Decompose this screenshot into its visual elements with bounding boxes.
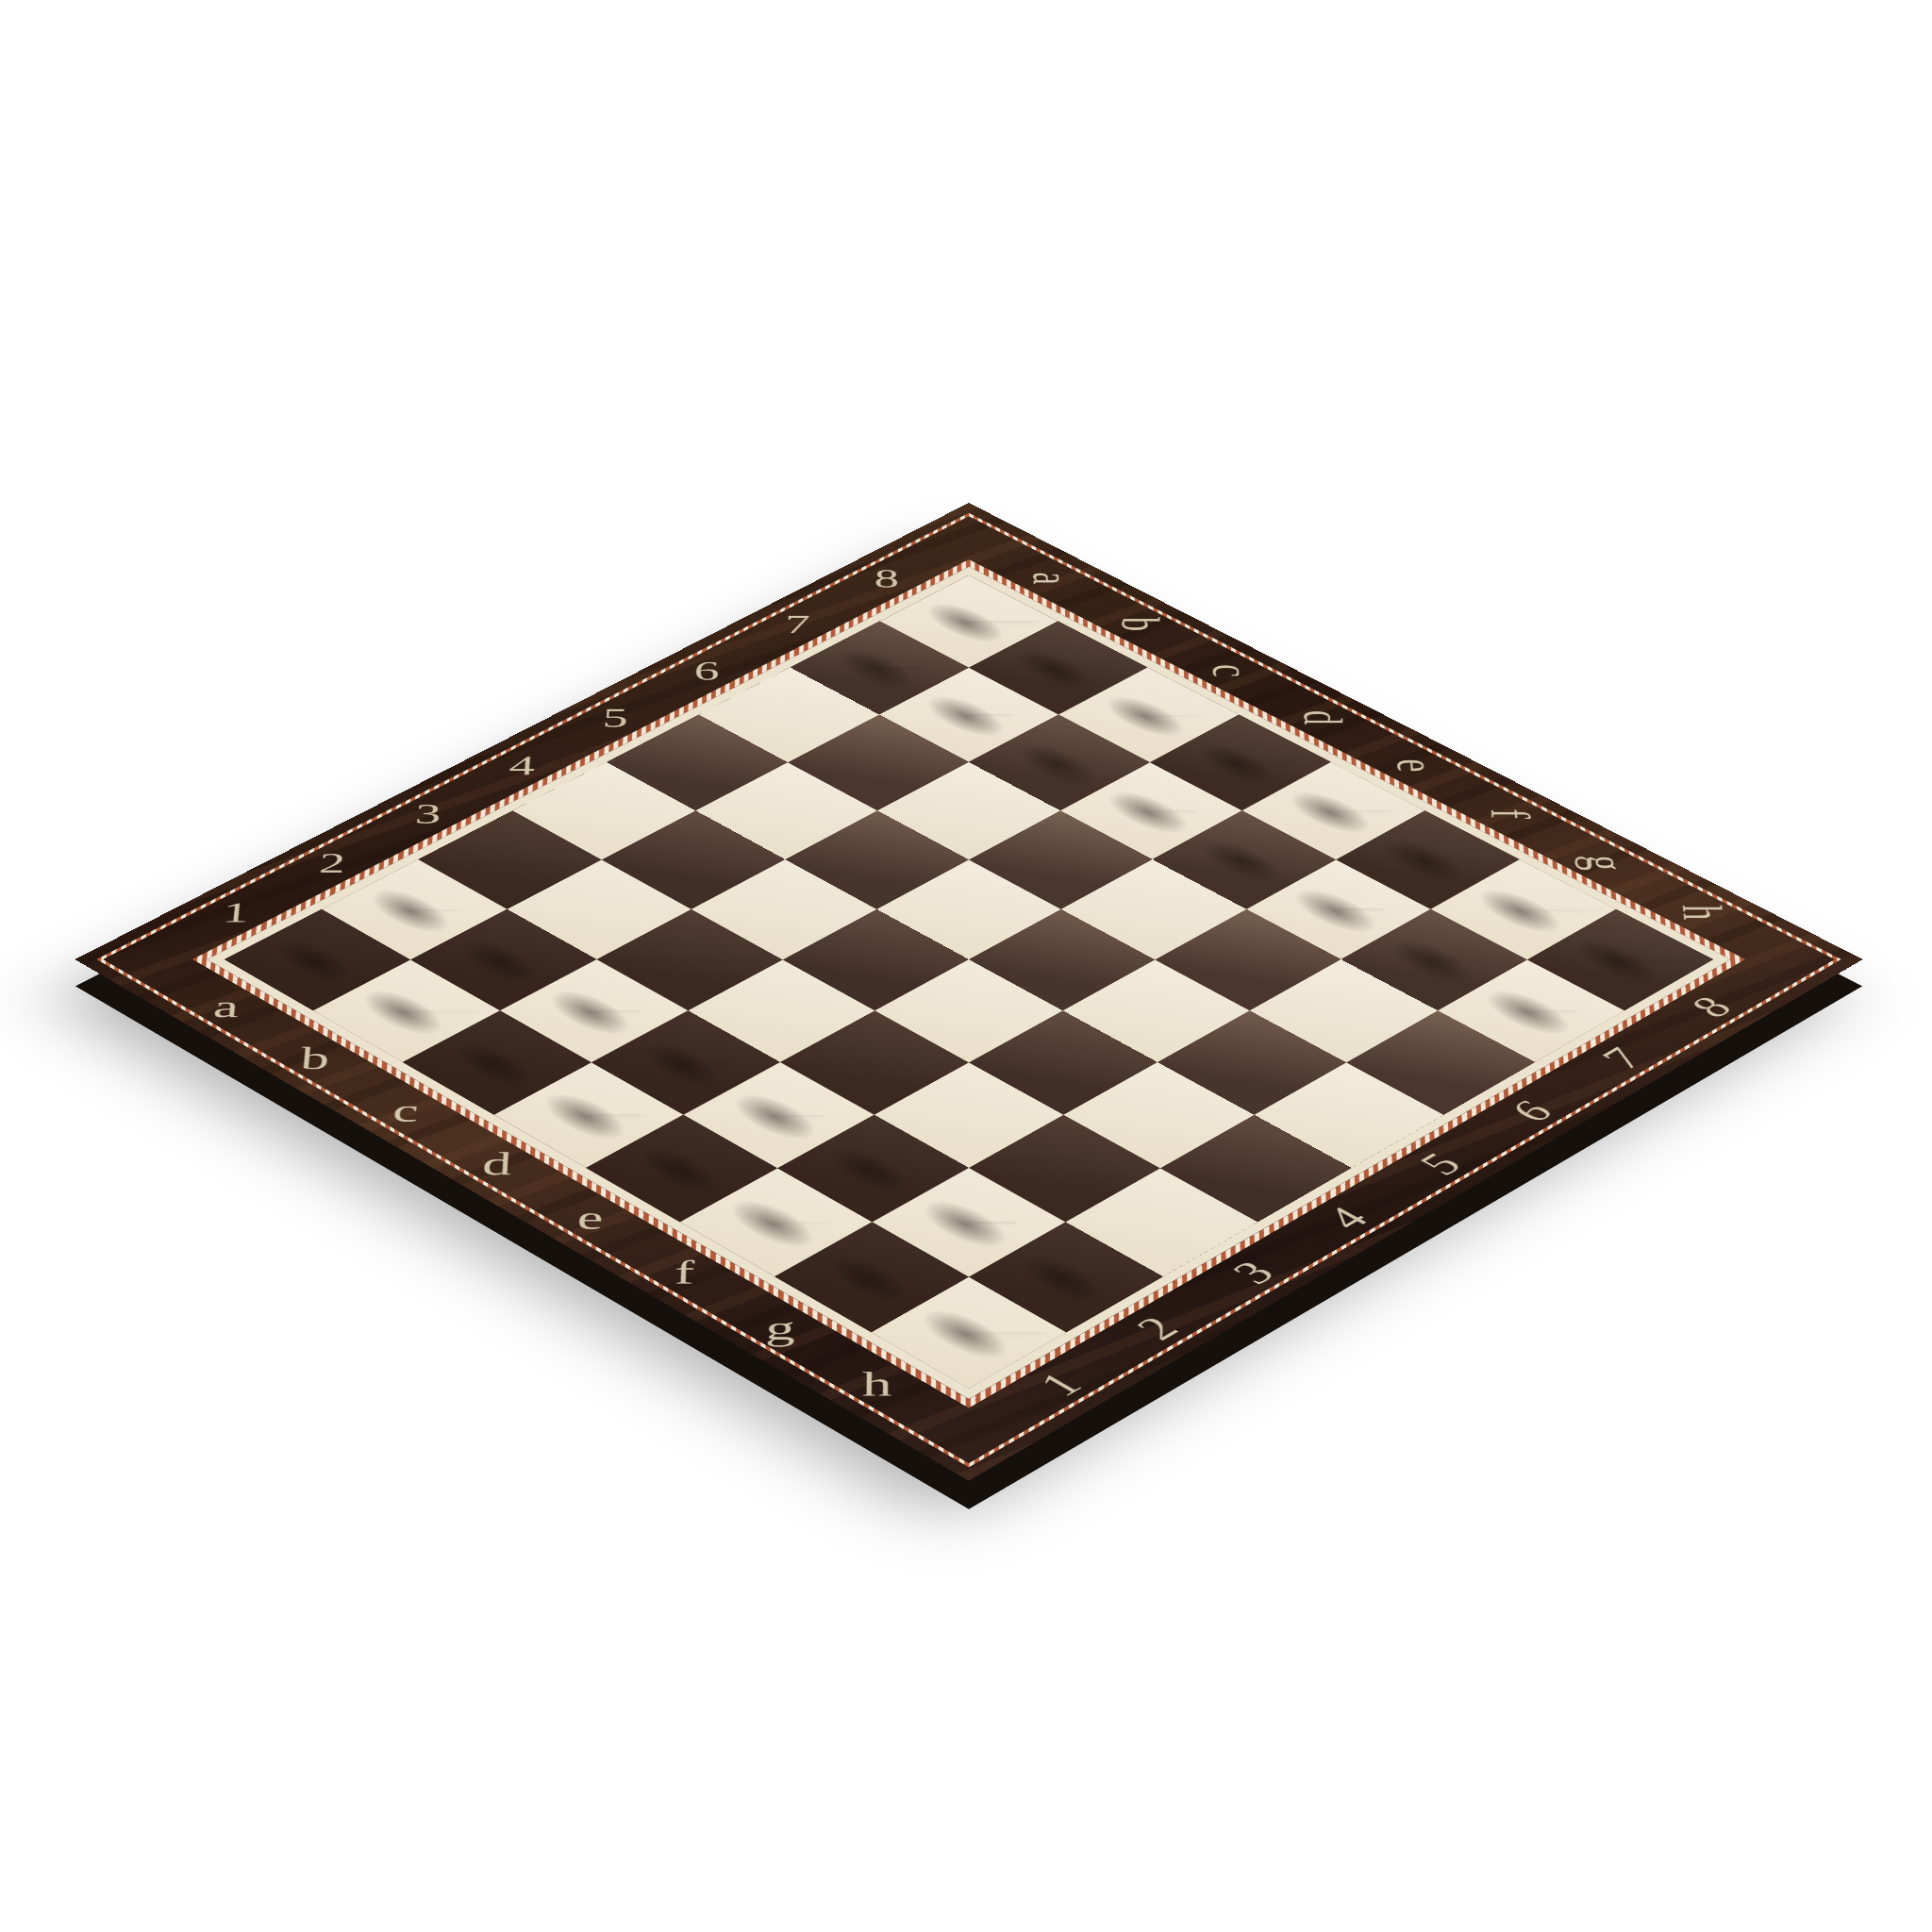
file-label-near-a: a (211, 989, 241, 1024)
rook-glyph: ♜ (868, 416, 1070, 641)
rank-label-right-3: 3 (1221, 1255, 1285, 1291)
piece-shadow (1092, 689, 1199, 744)
square-b6[interactable] (788, 714, 969, 810)
photo-background: ♜♞♝♛♚♝♞♜♟♟♟♟♟♟♟♟♟♟♟♟♟♟♟♟♜♞♝♛♚♝♞♜ aabbccd… (0, 0, 1932, 1932)
file-label-far-a: a (1020, 573, 1082, 585)
rank-label-right-2: 2 (1125, 1310, 1191, 1347)
square-a8[interactable]: ♜ (880, 575, 1058, 668)
square-b7[interactable]: ♟ (879, 667, 1059, 761)
file-label-near-f: f (674, 1254, 694, 1292)
rank-label-right-4: 4 (1315, 1200, 1379, 1236)
piece-shadow (1002, 641, 1108, 696)
pawn-glyph: ♟ (1182, 732, 1307, 872)
square-c5[interactable] (785, 810, 969, 909)
rank-label-right-8: 8 (1680, 990, 1743, 1024)
square-a7[interactable]: ♟ (791, 621, 969, 714)
square-d8[interactable]: ♛ (1150, 714, 1331, 810)
file-label-near-c: c (391, 1092, 420, 1129)
square-b8[interactable]: ♞ (969, 621, 1147, 714)
pawn-glyph: ♟ (1467, 881, 1594, 1024)
piece-shadow (1276, 784, 1385, 841)
rook-glyph: ♜ (858, 1107, 1079, 1355)
rank-label-right-7: 7 (1591, 1041, 1654, 1075)
square-e7[interactable]: ♟ (1153, 810, 1337, 909)
square-c7[interactable]: ♟ (969, 714, 1150, 810)
piece-shadow (824, 641, 929, 696)
rank-label-right-5: 5 (1408, 1146, 1473, 1181)
rank-label-right-1: 1 (1028, 1366, 1093, 1404)
file-label-far-e: e (1383, 759, 1447, 773)
piece-shadow (1003, 736, 1110, 792)
square-a6[interactable] (699, 667, 879, 761)
file-label-far-b: b (1109, 617, 1172, 631)
chessboard-scene: ♜♞♝♛♚♝♞♜♟♟♟♟♟♟♟♟♟♟♟♟♟♟♟♟♜♞♝♛♚♝♞♜ aabbccd… (337, 327, 1601, 1591)
rank-label-left-6: 6 (693, 656, 720, 686)
square-c8[interactable]: ♝ (1058, 667, 1239, 761)
square-d6[interactable] (969, 810, 1153, 909)
square-a5[interactable] (607, 714, 788, 810)
square-d7[interactable]: ♟ (1060, 762, 1242, 859)
piece-shadow (1183, 736, 1291, 792)
file-label-near-b: b (299, 1041, 331, 1077)
piece-shadow (912, 689, 1019, 744)
chessboard: ♜♞♝♛♚♝♞♜♟♟♟♟♟♟♟♟♟♟♟♟♟♟♟♟♜♞♝♛♚♝♞♜ aabbccd… (75, 503, 1862, 1481)
piece-shadow (913, 595, 1018, 650)
pawn-glyph: ♟ (1089, 684, 1213, 823)
rank-label-left-5: 5 (602, 703, 629, 734)
file-label-near-h: h (862, 1365, 892, 1405)
square-c6[interactable] (877, 762, 1059, 859)
board-squares: ♜♞♝♛♚♝♞♜♟♟♟♟♟♟♟♟♟♟♟♟♟♟♟♟♜♞♝♛♚♝♞♜ (225, 575, 1713, 1389)
rank-label-right-6: 6 (1500, 1093, 1563, 1128)
file-label-near-e: e (576, 1199, 605, 1237)
square-d5[interactable] (876, 859, 1061, 959)
piece-shadow (1093, 784, 1202, 841)
pawn-glyph: ♟ (998, 637, 1122, 774)
square-e6[interactable] (1061, 859, 1246, 959)
file-label-near-d: d (481, 1145, 512, 1183)
piece-shadow (1187, 832, 1296, 891)
pawn-glyph: ♟ (908, 590, 1030, 726)
rank-label-left-7: 7 (785, 609, 810, 640)
rank-label-left-4: 4 (508, 750, 536, 781)
rank-label-left-8: 8 (874, 563, 900, 592)
file-label-far-f: f (1477, 808, 1541, 818)
file-label-far-c: c (1199, 664, 1262, 676)
square-b5[interactable] (695, 762, 877, 859)
file-label-far-d: d (1291, 710, 1354, 724)
